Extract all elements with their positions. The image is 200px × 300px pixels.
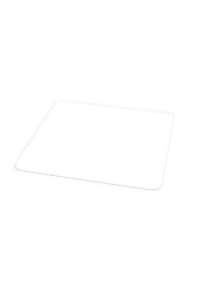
cutlery-tray bbox=[11, 99, 176, 193]
product-photo bbox=[0, 0, 200, 300]
